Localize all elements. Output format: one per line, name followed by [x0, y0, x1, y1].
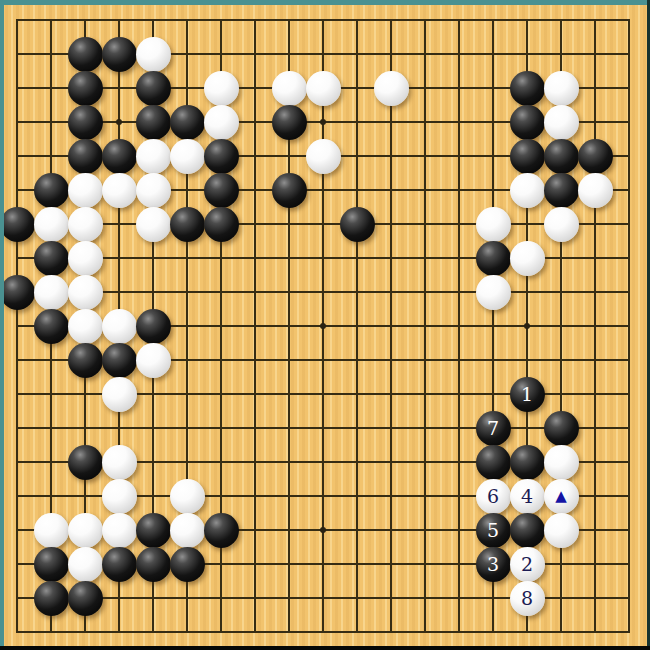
- black-stone[interactable]: [34, 241, 69, 276]
- black-stone[interactable]: [544, 411, 579, 446]
- white-stone[interactable]: [68, 275, 103, 310]
- black-stone[interactable]: [68, 105, 103, 140]
- white-stone[interactable]: [102, 173, 137, 208]
- white-stone[interactable]: [544, 71, 579, 106]
- white-stone[interactable]: [544, 105, 579, 140]
- white-stone[interactable]: [374, 71, 409, 106]
- grid-line: [458, 19, 460, 633]
- move-number-label: 1: [521, 377, 533, 412]
- black-stone[interactable]: [170, 105, 205, 140]
- white-stone[interactable]: [34, 207, 69, 242]
- black-stone[interactable]: [68, 581, 103, 616]
- grid-line: [390, 19, 392, 633]
- black-stone[interactable]: [136, 105, 171, 140]
- white-stone[interactable]: [306, 71, 341, 106]
- move-number-label: 3: [487, 547, 499, 582]
- white-stone[interactable]: [68, 309, 103, 344]
- grid-line: [424, 19, 426, 633]
- black-stone[interactable]: [0, 275, 35, 310]
- black-stone[interactable]: [204, 139, 239, 174]
- black-stone[interactable]: [136, 513, 171, 548]
- white-stone[interactable]: [306, 139, 341, 174]
- white-stone[interactable]: [34, 275, 69, 310]
- black-stone[interactable]: [510, 105, 545, 140]
- white-stone[interactable]: [510, 173, 545, 208]
- white-stone[interactable]: [544, 445, 579, 480]
- white-stone[interactable]: [170, 139, 205, 174]
- move-number-label: 8: [521, 581, 533, 616]
- star-point: [116, 119, 122, 125]
- white-stone[interactable]: [136, 37, 171, 72]
- black-stone[interactable]: [204, 173, 239, 208]
- black-stone[interactable]: [340, 207, 375, 242]
- star-point: [524, 323, 530, 329]
- white-stone[interactable]: [102, 309, 137, 344]
- move-number-label: 6: [487, 479, 499, 514]
- black-stone[interactable]: [68, 445, 103, 480]
- black-stone[interactable]: [204, 513, 239, 548]
- star-point: [320, 323, 326, 329]
- white-stone[interactable]: [34, 513, 69, 548]
- black-stone[interactable]: [68, 343, 103, 378]
- board-edge-bottom: [0, 646, 650, 650]
- grid-line: [16, 427, 630, 429]
- black-stone[interactable]: [510, 445, 545, 480]
- white-stone[interactable]: 2: [510, 547, 545, 582]
- white-stone[interactable]: [170, 479, 205, 514]
- black-stone[interactable]: [102, 343, 137, 378]
- white-stone[interactable]: [68, 547, 103, 582]
- black-stone[interactable]: [204, 207, 239, 242]
- white-stone[interactable]: [204, 105, 239, 140]
- black-stone[interactable]: [136, 547, 171, 582]
- white-stone[interactable]: [136, 173, 171, 208]
- white-stone[interactable]: ▲: [544, 479, 579, 514]
- black-stone[interactable]: [102, 139, 137, 174]
- white-stone[interactable]: 6: [476, 479, 511, 514]
- white-stone[interactable]: [510, 241, 545, 276]
- move-number-label: 7: [487, 411, 499, 446]
- black-stone[interactable]: [476, 445, 511, 480]
- black-stone[interactable]: [544, 139, 579, 174]
- star-point: [320, 527, 326, 533]
- white-stone[interactable]: [272, 71, 307, 106]
- black-stone[interactable]: [170, 547, 205, 582]
- black-stone[interactable]: [272, 173, 307, 208]
- white-stone[interactable]: [102, 377, 137, 412]
- black-stone[interactable]: 1: [510, 377, 545, 412]
- black-stone[interactable]: [170, 207, 205, 242]
- black-stone[interactable]: [272, 105, 307, 140]
- white-stone[interactable]: [68, 207, 103, 242]
- white-stone[interactable]: [476, 207, 511, 242]
- black-stone[interactable]: [102, 37, 137, 72]
- white-stone[interactable]: [102, 479, 137, 514]
- go-board[interactable]: 1764▲5328: [0, 0, 650, 650]
- white-stone[interactable]: 4: [510, 479, 545, 514]
- black-stone[interactable]: [34, 547, 69, 582]
- white-stone[interactable]: [68, 513, 103, 548]
- white-stone[interactable]: [170, 513, 205, 548]
- white-stone[interactable]: [476, 275, 511, 310]
- board-edge-top: [0, 0, 650, 5]
- grid-line: [594, 19, 596, 633]
- black-stone[interactable]: [510, 71, 545, 106]
- black-stone[interactable]: [68, 37, 103, 72]
- star-point: [320, 119, 326, 125]
- white-stone[interactable]: [544, 513, 579, 548]
- white-stone[interactable]: [102, 513, 137, 548]
- grid-line: [16, 631, 630, 633]
- move-number-label: 5: [487, 513, 499, 548]
- grid-line: [356, 19, 358, 633]
- black-stone[interactable]: [136, 309, 171, 344]
- move-number-label: 4: [521, 479, 533, 514]
- white-stone[interactable]: [136, 139, 171, 174]
- white-stone[interactable]: [204, 71, 239, 106]
- white-stone[interactable]: [68, 241, 103, 276]
- black-stone[interactable]: [578, 139, 613, 174]
- black-stone[interactable]: 5: [476, 513, 511, 548]
- black-stone[interactable]: 7: [476, 411, 511, 446]
- black-stone[interactable]: [34, 581, 69, 616]
- black-stone[interactable]: [68, 71, 103, 106]
- white-stone[interactable]: 8: [510, 581, 545, 616]
- black-stone[interactable]: [102, 547, 137, 582]
- white-stone[interactable]: [136, 207, 171, 242]
- grid-line: [628, 19, 630, 633]
- black-stone[interactable]: [68, 139, 103, 174]
- black-stone[interactable]: 3: [476, 547, 511, 582]
- white-stone[interactable]: [544, 207, 579, 242]
- board-edge-left: [0, 0, 4, 650]
- black-stone[interactable]: [34, 309, 69, 344]
- black-stone[interactable]: [476, 241, 511, 276]
- triangle-mark-icon: ▲: [555, 479, 567, 514]
- black-stone[interactable]: [136, 71, 171, 106]
- move-number-label: 2: [521, 547, 533, 582]
- black-stone[interactable]: [544, 173, 579, 208]
- black-stone[interactable]: [34, 173, 69, 208]
- black-stone[interactable]: [510, 513, 545, 548]
- white-stone[interactable]: [102, 445, 137, 480]
- black-stone[interactable]: [510, 139, 545, 174]
- white-stone[interactable]: [578, 173, 613, 208]
- white-stone[interactable]: [68, 173, 103, 208]
- white-stone[interactable]: [136, 343, 171, 378]
- black-stone[interactable]: [0, 207, 35, 242]
